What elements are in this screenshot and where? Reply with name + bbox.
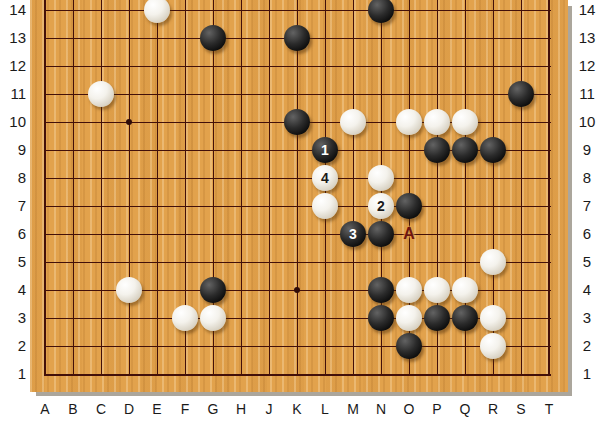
stone-black-q9 [452, 137, 478, 163]
star-point-d10 [126, 119, 132, 125]
grid-line-vertical-s [521, 0, 522, 376]
grid-line-vertical-e [157, 0, 158, 376]
column-label-g: G [203, 401, 223, 417]
stone-white-c11 [88, 81, 114, 107]
stone-white-d4 [116, 277, 142, 303]
row-label-4: 4 [576, 281, 598, 299]
column-coordinates: ABCDEFGHJKLMNOPQRST [0, 398, 600, 423]
star-point-k4 [294, 287, 300, 293]
row-label-5: 5 [0, 253, 26, 271]
stone-black-r9 [480, 137, 506, 163]
stone-black-p3 [424, 305, 450, 331]
stone-white-m10 [340, 109, 366, 135]
grid-line-horizontal-12 [44, 66, 551, 67]
stone-white-p4 [424, 277, 450, 303]
column-label-p: P [427, 401, 447, 417]
grid-line-vertical-a [44, 0, 46, 376]
row-label-10: 10 [576, 113, 598, 131]
row-label-11: 11 [0, 85, 26, 103]
stone-black-k13 [284, 25, 310, 51]
column-label-r: R [483, 401, 503, 417]
row-label-7: 7 [0, 197, 26, 215]
column-label-o: O [399, 401, 419, 417]
column-label-c: C [91, 401, 111, 417]
row-label-14: 14 [576, 1, 598, 19]
stone-white-l7 [312, 193, 338, 219]
row-label-12: 12 [576, 57, 598, 75]
row-label-13: 13 [576, 29, 598, 47]
stone-black-g4 [200, 277, 226, 303]
row-label-8: 8 [576, 169, 598, 187]
go-board: 1423A [30, 0, 568, 392]
stone-white-n8 [368, 165, 394, 191]
row-label-13: 13 [0, 29, 26, 47]
column-label-t: T [539, 401, 559, 417]
stone-black-s11 [508, 81, 534, 107]
column-label-b: B [63, 401, 83, 417]
column-label-f: F [175, 401, 195, 417]
stone-black-move-3-m6: 3 [340, 221, 366, 247]
column-label-l: L [315, 401, 335, 417]
stone-white-r2 [480, 333, 506, 359]
grid-line-horizontal-2 [44, 346, 551, 347]
grid-line-vertical-c [101, 0, 102, 376]
grid-line-vertical-t [548, 0, 550, 376]
row-label-2: 2 [576, 337, 598, 355]
column-label-n: N [371, 401, 391, 417]
stone-white-p10 [424, 109, 450, 135]
stone-white-g3 [200, 305, 226, 331]
row-label-1: 1 [576, 365, 598, 383]
column-label-e: E [147, 401, 167, 417]
column-label-a: A [35, 401, 55, 417]
grid-line-vertical-m [353, 0, 354, 376]
stone-white-r5 [480, 249, 506, 275]
grid-line-vertical-j [269, 0, 270, 376]
stone-white-r3 [480, 305, 506, 331]
column-label-q: Q [455, 401, 475, 417]
stone-white-move-2-n7: 2 [368, 193, 394, 219]
column-label-m: M [343, 401, 363, 417]
row-label-10: 10 [0, 113, 26, 131]
column-label-h: H [231, 401, 251, 417]
row-label-3: 3 [0, 309, 26, 327]
stone-black-n4 [368, 277, 394, 303]
grid-line-vertical-d [129, 0, 130, 376]
stone-black-o7 [396, 193, 422, 219]
row-label-1: 1 [0, 365, 26, 383]
stone-white-q10 [452, 109, 478, 135]
stone-white-f3 [172, 305, 198, 331]
grid-line-vertical-b [73, 0, 74, 376]
row-label-8: 8 [0, 169, 26, 187]
grid-line-vertical-k [297, 0, 298, 376]
row-label-9: 9 [576, 141, 598, 159]
row-label-12: 12 [0, 57, 26, 75]
grid-line-horizontal-6 [44, 234, 551, 235]
grid-line-horizontal-1 [44, 374, 551, 376]
column-label-k: K [287, 401, 307, 417]
row-label-4: 4 [0, 281, 26, 299]
stone-white-o4 [396, 277, 422, 303]
row-label-9: 9 [0, 141, 26, 159]
row-label-7: 7 [576, 197, 598, 215]
point-label-a-o6: A [398, 224, 420, 244]
stone-black-g13 [200, 25, 226, 51]
column-label-s: S [511, 401, 531, 417]
row-label-6: 6 [576, 225, 598, 243]
grid-line-vertical-h [241, 0, 242, 376]
stone-black-move-1-l9: 1 [312, 137, 338, 163]
grid-line-horizontal-7 [44, 206, 551, 207]
stone-black-o2 [396, 333, 422, 359]
stone-white-o3 [396, 305, 422, 331]
stone-white-q4 [452, 277, 478, 303]
grid-line-horizontal-14 [44, 10, 551, 11]
column-label-d: D [119, 401, 139, 417]
row-coordinates-right: 1413121110987654321 [574, 0, 598, 392]
go-diagram: 1423A 1413121110987654321 14131211109876… [0, 0, 600, 423]
row-label-14: 14 [0, 1, 26, 19]
row-label-11: 11 [576, 85, 598, 103]
row-label-3: 3 [576, 309, 598, 327]
stone-black-p9 [424, 137, 450, 163]
column-label-j: J [259, 401, 279, 417]
stone-black-q3 [452, 305, 478, 331]
stone-black-k10 [284, 109, 310, 135]
grid-line-horizontal-8 [44, 178, 551, 179]
row-label-5: 5 [576, 253, 598, 271]
row-label-6: 6 [0, 225, 26, 243]
row-label-2: 2 [0, 337, 26, 355]
stone-black-n14 [368, 0, 394, 23]
stone-white-move-4-l8: 4 [312, 165, 338, 191]
row-coordinates-left: 1413121110987654321 [0, 0, 28, 392]
stone-white-o10 [396, 109, 422, 135]
grid-line-horizontal-5 [44, 262, 551, 263]
grid-line-horizontal-11 [44, 94, 551, 95]
stone-black-n6 [368, 221, 394, 247]
stone-black-n3 [368, 305, 394, 331]
stone-white-e14 [144, 0, 170, 23]
